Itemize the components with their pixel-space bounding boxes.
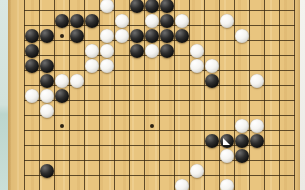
white-stone bbox=[25, 89, 39, 103]
white-stone bbox=[85, 44, 99, 58]
white-stone bbox=[100, 59, 114, 73]
white-stone bbox=[250, 119, 264, 133]
white-stone bbox=[100, 0, 114, 13]
white-stone bbox=[40, 89, 54, 103]
white-stone bbox=[235, 119, 249, 133]
white-stone bbox=[100, 44, 114, 58]
last-move-marker bbox=[223, 138, 230, 145]
black-stone bbox=[220, 134, 234, 148]
white-stone bbox=[175, 14, 189, 28]
black-stone bbox=[160, 44, 174, 58]
black-stone bbox=[40, 29, 54, 43]
white-stone bbox=[205, 59, 219, 73]
black-stone bbox=[40, 59, 54, 73]
white-stone bbox=[190, 44, 204, 58]
black-stone bbox=[235, 149, 249, 163]
black-stone bbox=[160, 14, 174, 28]
white-stone bbox=[115, 29, 129, 43]
right-background-strip bbox=[300, 0, 305, 190]
black-stone bbox=[85, 14, 99, 28]
black-stone bbox=[40, 164, 54, 178]
white-stone bbox=[175, 179, 189, 190]
star-point bbox=[150, 124, 154, 128]
black-stone bbox=[160, 29, 174, 43]
black-stone bbox=[55, 89, 69, 103]
black-stone bbox=[145, 29, 159, 43]
black-stone bbox=[205, 134, 219, 148]
white-stone bbox=[145, 44, 159, 58]
black-stone bbox=[205, 74, 219, 88]
star-point bbox=[60, 124, 64, 128]
white-stone bbox=[100, 29, 114, 43]
white-stone bbox=[70, 74, 84, 88]
white-stone bbox=[220, 14, 234, 28]
go-app-window bbox=[0, 0, 305, 190]
black-stone bbox=[160, 0, 174, 13]
stones-layer bbox=[0, 0, 305, 190]
black-stone bbox=[130, 44, 144, 58]
black-stone bbox=[250, 134, 264, 148]
black-stone bbox=[55, 14, 69, 28]
black-stone bbox=[235, 134, 249, 148]
black-stone bbox=[130, 0, 144, 13]
black-stone bbox=[70, 29, 84, 43]
black-stone bbox=[130, 29, 144, 43]
star-point bbox=[60, 34, 64, 38]
white-stone bbox=[40, 104, 54, 118]
white-stone bbox=[55, 74, 69, 88]
black-stone bbox=[145, 0, 159, 13]
white-stone bbox=[220, 179, 234, 190]
black-stone bbox=[40, 74, 54, 88]
white-stone bbox=[145, 14, 159, 28]
white-stone bbox=[85, 59, 99, 73]
white-stone bbox=[190, 164, 204, 178]
black-stone bbox=[25, 59, 39, 73]
white-stone bbox=[190, 59, 204, 73]
black-stone bbox=[25, 44, 39, 58]
black-stone bbox=[25, 29, 39, 43]
white-stone bbox=[235, 29, 249, 43]
white-stone bbox=[250, 74, 264, 88]
white-stone bbox=[115, 14, 129, 28]
black-stone bbox=[175, 29, 189, 43]
white-stone bbox=[220, 149, 234, 163]
black-stone bbox=[70, 14, 84, 28]
